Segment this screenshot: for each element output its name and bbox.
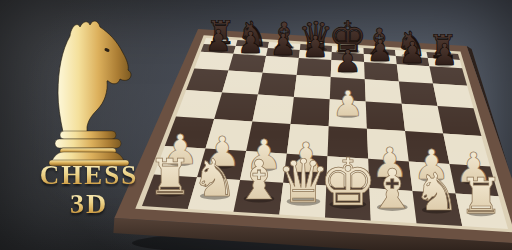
app-title-line1: CHESS — [0, 162, 178, 190]
square-d4[interactable] — [291, 97, 330, 126]
piece-black-pawn-d7[interactable]: ♟ — [302, 29, 329, 64]
golden-knight-icon — [33, 10, 145, 166]
square-g5[interactable] — [399, 81, 438, 106]
pedestal-ring-1 — [60, 131, 116, 139]
square-g4[interactable] — [402, 104, 444, 134]
piece-white-knight-b1[interactable]: ♞ — [191, 148, 238, 208]
piece-white-knight-g1[interactable]: ♞ — [413, 162, 460, 222]
piece-black-pawn-f7[interactable]: ♟ — [367, 33, 394, 68]
square-h5[interactable] — [433, 84, 474, 109]
square-f4[interactable] — [366, 101, 405, 131]
square-d5[interactable] — [294, 75, 331, 99]
piece-black-pawn-h7[interactable]: ♟ — [431, 37, 458, 72]
knight-head-shape — [58, 21, 131, 132]
piece-black-pawn-c7[interactable]: ♟ — [270, 27, 297, 62]
piece-white-rook-h1[interactable]: ♜ — [459, 167, 503, 225]
piece-black-pawn-b7[interactable]: ♟ — [237, 25, 264, 60]
pedestal-ring-2 — [55, 139, 121, 148]
piece-black-pawn-a7[interactable]: ♟ — [205, 23, 232, 58]
app-logo: CHESS 3D — [0, 0, 178, 218]
piece-white-pawn-e4[interactable]: ♟ — [332, 83, 364, 124]
square-c5[interactable] — [258, 73, 297, 97]
app-banner: CHESS 3D ♜♞♝♛♚♝♞♜♟♟♟♟♟♟♟♟♟♟♟♟♟♟♟♟♜♞♝♛♚ — [0, 0, 512, 250]
square-f5[interactable] — [365, 79, 402, 104]
piece-black-pawn-g7[interactable]: ♟ — [399, 35, 426, 70]
square-c4[interactable] — [252, 95, 294, 124]
app-title-line2: 3D — [0, 190, 178, 219]
square-b5[interactable] — [222, 71, 263, 95]
piece-black-pawn-e6[interactable]: ♟ — [334, 43, 362, 79]
piece-white-bishop-f1[interactable]: ♝ — [368, 157, 417, 221]
